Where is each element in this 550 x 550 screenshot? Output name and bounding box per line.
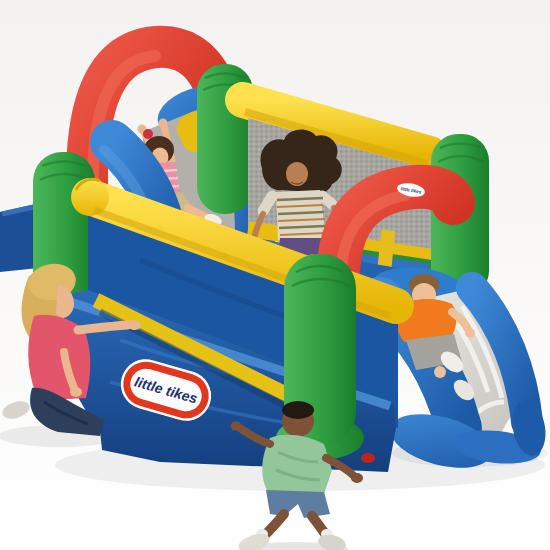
boy-running-hair	[282, 401, 314, 419]
product-photo: girl in pink striped top and khaki short…	[0, 0, 550, 550]
girl-jumping-face	[286, 162, 308, 186]
hair-bow	[143, 129, 153, 139]
bounce-house-scene: girl in pink striped top and khaki short…	[0, 0, 550, 550]
blower-port	[361, 453, 375, 463]
